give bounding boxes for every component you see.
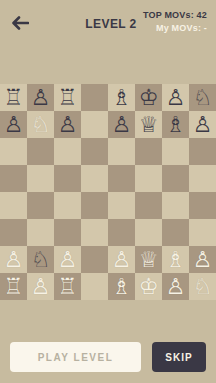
square-e5[interactable] xyxy=(108,165,135,192)
square-e6[interactable] xyxy=(108,138,135,165)
piece-bq: ♕ xyxy=(135,111,162,138)
square-d3[interactable] xyxy=(81,219,108,246)
square-e8[interactable]: ♗ xyxy=(108,84,135,111)
piece-br: ♖ xyxy=(0,84,27,111)
piece-wp: ♙ xyxy=(162,273,189,300)
piece-bp: ♙ xyxy=(189,111,216,138)
square-c8[interactable]: ♖ xyxy=(54,84,81,111)
square-b2[interactable]: ♘ xyxy=(27,246,54,273)
piece-bp: ♙ xyxy=(162,84,189,111)
square-e4[interactable] xyxy=(108,192,135,219)
piece-bk: ♔ xyxy=(135,84,162,111)
square-b5[interactable] xyxy=(27,165,54,192)
square-b4[interactable] xyxy=(27,192,54,219)
square-d2[interactable] xyxy=(81,246,108,273)
square-h5[interactable] xyxy=(189,165,216,192)
square-a7[interactable]: ♙ xyxy=(0,111,27,138)
square-e3[interactable] xyxy=(108,219,135,246)
square-e1[interactable]: ♗ xyxy=(108,273,135,300)
square-b8[interactable]: ♙ xyxy=(27,84,54,111)
square-h2[interactable]: ♙ xyxy=(189,246,216,273)
square-f8[interactable]: ♔ xyxy=(135,84,162,111)
piece-br: ♖ xyxy=(54,84,81,111)
square-g8[interactable]: ♙ xyxy=(162,84,189,111)
square-b6[interactable] xyxy=(27,138,54,165)
move-stats: TOP MOVs: 42 My MOVs: - xyxy=(143,9,207,35)
square-c4[interactable] xyxy=(54,192,81,219)
square-f7[interactable]: ♕ xyxy=(135,111,162,138)
square-g3[interactable] xyxy=(162,219,189,246)
piece-wn: ♘ xyxy=(27,111,54,138)
square-d7[interactable] xyxy=(81,111,108,138)
square-d5[interactable] xyxy=(81,165,108,192)
square-c3[interactable] xyxy=(54,219,81,246)
my-moves-label: My MOVs: - xyxy=(143,22,207,35)
square-g5[interactable] xyxy=(162,165,189,192)
square-f5[interactable] xyxy=(135,165,162,192)
header: LEVEL 2 TOP MOVs: 42 My MOVs: - xyxy=(0,0,216,84)
square-a6[interactable] xyxy=(0,138,27,165)
square-b1[interactable]: ♙ xyxy=(27,273,54,300)
square-d6[interactable] xyxy=(81,138,108,165)
piece-wp: ♙ xyxy=(54,246,81,273)
square-f4[interactable] xyxy=(135,192,162,219)
piece-bp: ♙ xyxy=(108,111,135,138)
square-b3[interactable] xyxy=(27,219,54,246)
square-d4[interactable] xyxy=(81,192,108,219)
square-a4[interactable] xyxy=(0,192,27,219)
square-h8[interactable]: ♘ xyxy=(189,84,216,111)
square-f1[interactable]: ♔ xyxy=(135,273,162,300)
piece-bp: ♙ xyxy=(54,111,81,138)
square-c7[interactable]: ♙ xyxy=(54,111,81,138)
square-g1[interactable]: ♙ xyxy=(162,273,189,300)
square-a1[interactable]: ♖ xyxy=(0,273,27,300)
square-g7[interactable]: ♗ xyxy=(162,111,189,138)
piece-wq: ♕ xyxy=(135,246,162,273)
square-f2[interactable]: ♕ xyxy=(135,246,162,273)
square-a8[interactable]: ♖ xyxy=(0,84,27,111)
piece-bb: ♗ xyxy=(162,111,189,138)
square-e2[interactable]: ♙ xyxy=(108,246,135,273)
footer: PLAY LEVEL SKIP xyxy=(0,300,216,383)
piece-wp: ♙ xyxy=(27,273,54,300)
square-a3[interactable] xyxy=(0,219,27,246)
piece-bn: ♘ xyxy=(189,84,216,111)
square-b7[interactable]: ♘ xyxy=(27,111,54,138)
piece-bp: ♙ xyxy=(0,111,27,138)
square-h1[interactable]: ♘ xyxy=(189,273,216,300)
square-c1[interactable]: ♖ xyxy=(54,273,81,300)
piece-bp: ♙ xyxy=(27,84,54,111)
piece-bn: ♘ xyxy=(27,246,54,273)
square-f3[interactable] xyxy=(135,219,162,246)
piece-wp: ♙ xyxy=(189,246,216,273)
piece-bb: ♗ xyxy=(108,84,135,111)
piece-wr: ♖ xyxy=(54,273,81,300)
square-a5[interactable] xyxy=(0,165,27,192)
square-h4[interactable] xyxy=(189,192,216,219)
square-f6[interactable] xyxy=(135,138,162,165)
square-g2[interactable]: ♗ xyxy=(162,246,189,273)
square-g6[interactable] xyxy=(162,138,189,165)
top-moves-label: TOP MOVs: 42 xyxy=(143,9,207,22)
square-e7[interactable]: ♙ xyxy=(108,111,135,138)
skip-button[interactable]: SKIP xyxy=(152,342,206,372)
piece-wp: ♙ xyxy=(108,246,135,273)
square-h3[interactable] xyxy=(189,219,216,246)
square-c6[interactable] xyxy=(54,138,81,165)
square-g4[interactable] xyxy=(162,192,189,219)
square-h7[interactable]: ♙ xyxy=(189,111,216,138)
square-h6[interactable] xyxy=(189,138,216,165)
play-level-button[interactable]: PLAY LEVEL xyxy=(10,342,141,372)
piece-wb: ♗ xyxy=(108,273,135,300)
piece-wp: ♙ xyxy=(0,246,27,273)
square-d1[interactable] xyxy=(81,273,108,300)
chess-board: ♖♙♖♗♔♙♘♙♘♙♙♕♗♙♙♘♙♙♕♗♙♖♙♖♗♔♙♘ xyxy=(0,84,216,300)
square-c5[interactable] xyxy=(54,165,81,192)
piece-wb: ♗ xyxy=(162,246,189,273)
square-d8[interactable] xyxy=(81,84,108,111)
piece-wn: ♘ xyxy=(189,273,216,300)
piece-wr: ♖ xyxy=(0,273,27,300)
piece-wk: ♔ xyxy=(135,273,162,300)
square-c2[interactable]: ♙ xyxy=(54,246,81,273)
square-a2[interactable]: ♙ xyxy=(0,246,27,273)
